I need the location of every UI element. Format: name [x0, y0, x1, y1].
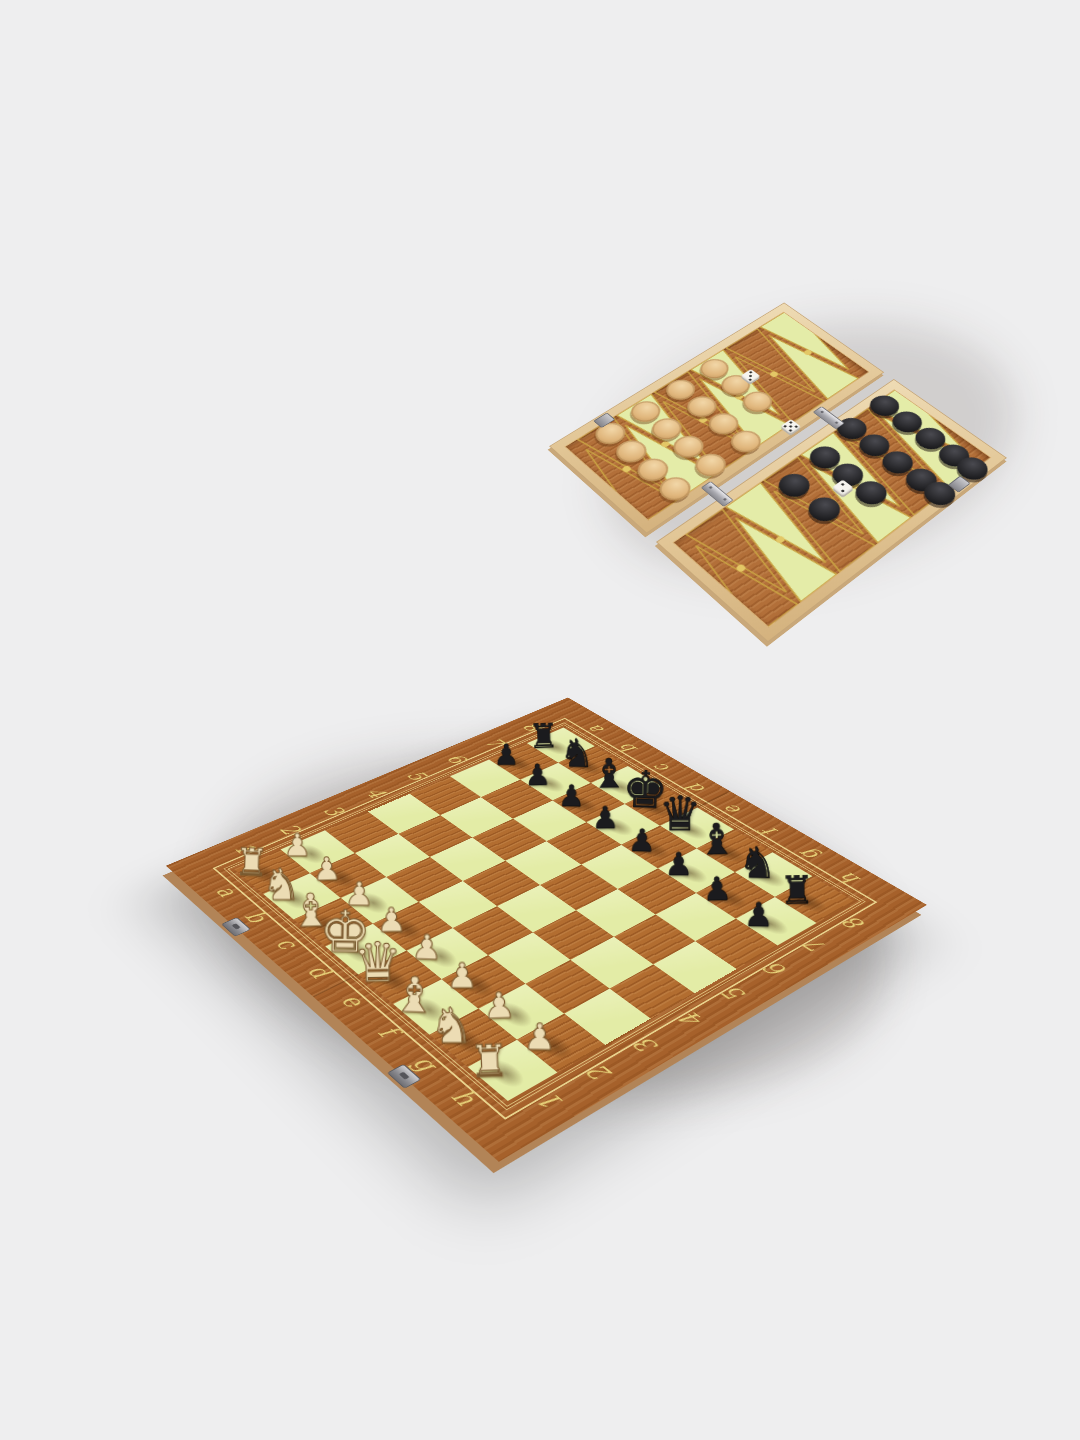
die-pip [841, 482, 845, 485]
die-pip [789, 425, 793, 428]
die-pip [794, 425, 798, 428]
die-pip [841, 490, 845, 493]
black-pawn[interactable]: ♟ [730, 900, 788, 932]
tan-checker[interactable] [653, 473, 696, 506]
white-rook[interactable]: ♜ [457, 1040, 523, 1083]
chess-board: 87654321 87654321 abcdefgh abcdefgh ♜♞♝♚… [166, 697, 927, 1161]
die-pip [788, 429, 792, 432]
